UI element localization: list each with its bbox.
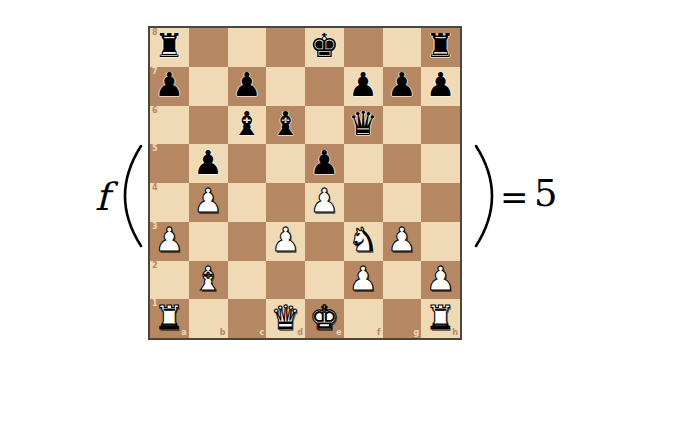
square-f2[interactable]: ♟: [344, 261, 383, 300]
rank-label: 4: [152, 184, 158, 192]
square-c6[interactable]: ♝: [228, 106, 267, 145]
white-pawn[interactable]: ♟: [387, 223, 417, 256]
rank-label: 5: [152, 145, 158, 153]
square-d4[interactable]: [266, 183, 305, 222]
black-queen[interactable]: ♛: [348, 107, 378, 140]
white-pawn[interactable]: ♟: [271, 223, 301, 256]
black-pawn[interactable]: ♟: [155, 68, 185, 101]
square-h1[interactable]: h♜: [421, 299, 460, 338]
white-bishop[interactable]: ♝: [193, 262, 223, 295]
square-c7[interactable]: ♟: [228, 67, 267, 106]
square-f8[interactable]: [344, 28, 383, 67]
function-symbol: f: [95, 175, 109, 219]
square-d8[interactable]: [266, 28, 305, 67]
square-a2[interactable]: 2: [150, 261, 189, 300]
black-pawn[interactable]: ♟: [310, 146, 340, 179]
square-f4[interactable]: [344, 183, 383, 222]
square-e3[interactable]: [305, 222, 344, 261]
white-knight[interactable]: ♞: [348, 223, 378, 256]
black-rook[interactable]: ♜: [426, 29, 456, 62]
square-b3[interactable]: [189, 222, 228, 261]
square-a7[interactable]: 7♟: [150, 67, 189, 106]
square-c5[interactable]: [228, 144, 267, 183]
right-parenthesis-icon: [472, 142, 496, 250]
square-g7[interactable]: ♟: [383, 67, 422, 106]
square-g8[interactable]: [383, 28, 422, 67]
equals-sign: =: [500, 177, 529, 217]
square-a4[interactable]: 4: [150, 183, 189, 222]
white-queen[interactable]: ♛: [271, 301, 301, 334]
square-h7[interactable]: ♟: [421, 67, 460, 106]
file-label: c: [260, 329, 265, 337]
chess-board[interactable]: 8♜♚♜7♟♟♟♟♟6♝♝♛5♟♟4♟♟3♟♟♞♟2♝♟♟1a♜bcd♛e♚fg…: [148, 26, 462, 340]
square-a5[interactable]: 5: [150, 144, 189, 183]
square-f1[interactable]: f: [344, 299, 383, 338]
rank-label: 6: [152, 107, 158, 115]
square-g3[interactable]: ♟: [383, 222, 422, 261]
square-h4[interactable]: [421, 183, 460, 222]
black-bishop[interactable]: ♝: [271, 107, 301, 140]
white-rook[interactable]: ♜: [426, 301, 456, 334]
square-e2[interactable]: [305, 261, 344, 300]
square-a3[interactable]: 3♟: [150, 222, 189, 261]
square-e5[interactable]: ♟: [305, 144, 344, 183]
black-king[interactable]: ♚: [310, 29, 340, 62]
square-b5[interactable]: ♟: [189, 144, 228, 183]
square-g2[interactable]: [383, 261, 422, 300]
square-h8[interactable]: ♜: [421, 28, 460, 67]
figure: f 8♜♚♜7♟♟♟♟♟6♝♝♛5♟♟4♟♟3♟♟♞♟2♝♟♟1a♜bcd♛e♚…: [0, 0, 673, 433]
white-pawn[interactable]: ♟: [155, 223, 185, 256]
black-pawn[interactable]: ♟: [193, 146, 223, 179]
square-a8[interactable]: 8♜: [150, 28, 189, 67]
square-e8[interactable]: ♚: [305, 28, 344, 67]
square-h5[interactable]: [421, 144, 460, 183]
square-d6[interactable]: ♝: [266, 106, 305, 145]
black-pawn[interactable]: ♟: [348, 68, 378, 101]
square-b4[interactable]: ♟: [189, 183, 228, 222]
square-g1[interactable]: g: [383, 299, 422, 338]
left-parenthesis-icon: [121, 142, 145, 250]
square-g4[interactable]: [383, 183, 422, 222]
square-h6[interactable]: [421, 106, 460, 145]
square-b7[interactable]: [189, 67, 228, 106]
white-pawn[interactable]: ♟: [193, 184, 223, 217]
square-f3[interactable]: ♞: [344, 222, 383, 261]
white-pawn[interactable]: ♟: [426, 262, 456, 295]
file-label: b: [220, 329, 226, 337]
rank-label: 2: [152, 262, 158, 270]
square-d1[interactable]: d♛: [266, 299, 305, 338]
square-h3[interactable]: [421, 222, 460, 261]
square-d3[interactable]: ♟: [266, 222, 305, 261]
black-pawn[interactable]: ♟: [426, 68, 456, 101]
white-king[interactable]: ♚: [310, 301, 340, 334]
black-rook[interactable]: ♜: [155, 29, 185, 62]
square-c1[interactable]: c: [228, 299, 267, 338]
square-f5[interactable]: [344, 144, 383, 183]
square-a6[interactable]: 6: [150, 106, 189, 145]
square-e6[interactable]: [305, 106, 344, 145]
file-label: f: [377, 329, 380, 337]
square-c2[interactable]: [228, 261, 267, 300]
square-b2[interactable]: ♝: [189, 261, 228, 300]
file-label: g: [414, 329, 420, 337]
square-f6[interactable]: ♛: [344, 106, 383, 145]
square-e1[interactable]: e♚: [305, 299, 344, 338]
square-c3[interactable]: [228, 222, 267, 261]
black-pawn[interactable]: ♟: [387, 68, 417, 101]
square-e7[interactable]: [305, 67, 344, 106]
white-rook[interactable]: ♜: [155, 301, 185, 334]
square-g6[interactable]: [383, 106, 422, 145]
square-f7[interactable]: ♟: [344, 67, 383, 106]
square-a1[interactable]: 1a♜: [150, 299, 189, 338]
square-b6[interactable]: [189, 106, 228, 145]
white-pawn[interactable]: ♟: [348, 262, 378, 295]
square-b1[interactable]: b: [189, 299, 228, 338]
square-b8[interactable]: [189, 28, 228, 67]
square-h2[interactable]: ♟: [421, 261, 460, 300]
square-d7[interactable]: [266, 67, 305, 106]
black-pawn[interactable]: ♟: [232, 68, 262, 101]
square-c4[interactable]: [228, 183, 267, 222]
black-bishop[interactable]: ♝: [232, 107, 262, 140]
square-e4[interactable]: ♟: [305, 183, 344, 222]
white-pawn[interactable]: ♟: [310, 184, 340, 217]
square-g5[interactable]: [383, 144, 422, 183]
square-d2[interactable]: [266, 261, 305, 300]
square-d5[interactable]: [266, 144, 305, 183]
result-value: 5: [534, 172, 558, 215]
square-c8[interactable]: [228, 28, 267, 67]
